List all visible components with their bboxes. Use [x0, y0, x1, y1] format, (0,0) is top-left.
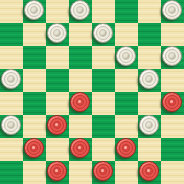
square-r1c6[interactable]	[138, 23, 161, 46]
piece-inner-ring	[7, 121, 15, 129]
piece-inner-ring	[168, 6, 176, 14]
red-piece[interactable]	[139, 161, 159, 181]
square-r2c6	[138, 46, 161, 69]
square-r1c0[interactable]	[0, 23, 23, 46]
square-r6c6	[138, 138, 161, 161]
square-r0c3[interactable]	[69, 0, 92, 23]
piece-inner-ring	[145, 167, 153, 175]
square-r2c3[interactable]	[69, 46, 92, 69]
square-r7c6[interactable]	[138, 161, 161, 184]
white-piece[interactable]	[93, 23, 113, 43]
red-piece[interactable]	[47, 161, 67, 181]
square-r6c0	[0, 138, 23, 161]
square-r5c3	[69, 115, 92, 138]
square-r6c2	[46, 138, 69, 161]
square-r6c5[interactable]	[115, 138, 138, 161]
white-piece[interactable]	[1, 115, 21, 135]
white-piece[interactable]	[1, 69, 21, 89]
red-piece[interactable]	[70, 138, 90, 158]
square-r3c1	[23, 69, 46, 92]
square-r3c2[interactable]	[46, 69, 69, 92]
red-piece[interactable]	[24, 138, 44, 158]
piece-inner-ring	[30, 6, 38, 14]
square-r7c7	[161, 161, 184, 184]
square-r0c1[interactable]	[23, 0, 46, 23]
square-r0c0	[0, 0, 23, 23]
piece-inner-ring	[76, 144, 84, 152]
square-r5c7	[161, 115, 184, 138]
piece-inner-ring	[145, 121, 153, 129]
square-r2c7[interactable]	[161, 46, 184, 69]
piece-inner-ring	[53, 167, 61, 175]
white-piece[interactable]	[70, 0, 90, 20]
piece-inner-ring	[99, 167, 107, 175]
square-r6c7[interactable]	[161, 138, 184, 161]
square-r1c2[interactable]	[46, 23, 69, 46]
square-r6c3[interactable]	[69, 138, 92, 161]
square-r7c5	[115, 161, 138, 184]
square-r2c0	[0, 46, 23, 69]
square-r5c2[interactable]	[46, 115, 69, 138]
square-r7c3	[69, 161, 92, 184]
square-r0c5[interactable]	[115, 0, 138, 23]
piece-inner-ring	[30, 144, 38, 152]
square-r3c0[interactable]	[0, 69, 23, 92]
white-piece[interactable]	[47, 23, 67, 43]
square-r0c7[interactable]	[161, 0, 184, 23]
red-piece[interactable]	[47, 115, 67, 135]
piece-inner-ring	[53, 29, 61, 37]
piece-inner-ring	[168, 52, 176, 60]
square-r3c6[interactable]	[138, 69, 161, 92]
square-r6c1[interactable]	[23, 138, 46, 161]
square-r1c4[interactable]	[92, 23, 115, 46]
white-piece[interactable]	[162, 46, 182, 66]
white-piece[interactable]	[139, 69, 159, 89]
piece-inner-ring	[76, 6, 84, 14]
white-piece[interactable]	[116, 46, 136, 66]
square-r7c2[interactable]	[46, 161, 69, 184]
square-r2c2	[46, 46, 69, 69]
white-piece[interactable]	[139, 115, 159, 135]
square-r1c5	[115, 23, 138, 46]
square-r4c3[interactable]	[69, 92, 92, 115]
square-r0c4	[92, 0, 115, 23]
square-r3c7	[161, 69, 184, 92]
square-r3c4[interactable]	[92, 69, 115, 92]
square-r3c5	[115, 69, 138, 92]
square-r5c5	[115, 115, 138, 138]
square-r7c4[interactable]	[92, 161, 115, 184]
square-r3c3	[69, 69, 92, 92]
square-r1c7	[161, 23, 184, 46]
white-piece[interactable]	[162, 0, 182, 20]
checkers-board	[0, 0, 184, 184]
square-r6c4	[92, 138, 115, 161]
square-r7c1	[23, 161, 46, 184]
square-r4c0	[0, 92, 23, 115]
square-r4c5[interactable]	[115, 92, 138, 115]
piece-inner-ring	[122, 52, 130, 60]
piece-inner-ring	[99, 29, 107, 37]
piece-inner-ring	[76, 98, 84, 106]
square-r2c4	[92, 46, 115, 69]
square-r4c1[interactable]	[23, 92, 46, 115]
red-piece[interactable]	[93, 161, 113, 181]
square-r5c1	[23, 115, 46, 138]
square-r4c6	[138, 92, 161, 115]
white-piece[interactable]	[24, 0, 44, 20]
red-piece[interactable]	[162, 92, 182, 112]
square-r5c0[interactable]	[0, 115, 23, 138]
red-piece[interactable]	[116, 138, 136, 158]
red-piece[interactable]	[70, 92, 90, 112]
piece-inner-ring	[145, 75, 153, 83]
square-r4c7[interactable]	[161, 92, 184, 115]
square-r4c4	[92, 92, 115, 115]
square-r1c1	[23, 23, 46, 46]
square-r7c0[interactable]	[0, 161, 23, 184]
piece-inner-ring	[122, 144, 130, 152]
piece-inner-ring	[53, 121, 61, 129]
piece-inner-ring	[7, 75, 15, 83]
piece-inner-ring	[168, 98, 176, 106]
square-r5c4[interactable]	[92, 115, 115, 138]
square-r2c5[interactable]	[115, 46, 138, 69]
square-r0c6	[138, 0, 161, 23]
square-r0c2	[46, 0, 69, 23]
square-r4c2	[46, 92, 69, 115]
square-r2c1[interactable]	[23, 46, 46, 69]
square-r1c3	[69, 23, 92, 46]
square-r5c6[interactable]	[138, 115, 161, 138]
